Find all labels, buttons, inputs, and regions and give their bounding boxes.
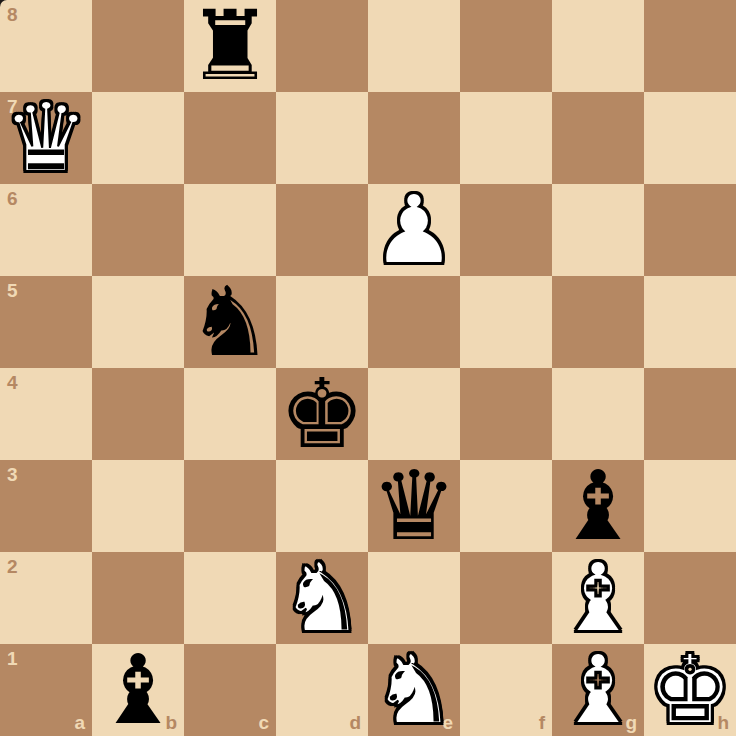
rank-label-8: 8 (7, 5, 18, 24)
file-label-a: a (74, 713, 85, 732)
piece-white-king-h1[interactable]: ♚ (644, 644, 736, 736)
square-h3[interactable] (644, 460, 736, 552)
square-d7[interactable] (276, 92, 368, 184)
square-f7[interactable] (460, 92, 552, 184)
square-d4[interactable]: ♚ (276, 368, 368, 460)
square-b8[interactable] (92, 0, 184, 92)
square-c5[interactable]: ♞ (184, 276, 276, 368)
square-f2[interactable] (460, 552, 552, 644)
square-f3[interactable] (460, 460, 552, 552)
square-e5[interactable] (368, 276, 460, 368)
piece-white-pawn-e6[interactable]: ♟ (368, 184, 460, 276)
piece-black-bishop-b1[interactable]: ♝ (92, 644, 184, 736)
file-label-d: d (349, 713, 361, 732)
square-h6[interactable] (644, 184, 736, 276)
square-c2[interactable] (184, 552, 276, 644)
square-e7[interactable] (368, 92, 460, 184)
square-a6[interactable]: 6 (0, 184, 92, 276)
file-label-f: f (539, 713, 545, 732)
square-h4[interactable] (644, 368, 736, 460)
square-h5[interactable] (644, 276, 736, 368)
square-c8[interactable]: ♜ (184, 0, 276, 92)
rank-label-4: 4 (7, 373, 18, 392)
square-e2[interactable] (368, 552, 460, 644)
piece-white-queen-a7[interactable]: ♛ (0, 92, 92, 184)
square-h8[interactable] (644, 0, 736, 92)
square-h2[interactable] (644, 552, 736, 644)
square-c7[interactable] (184, 92, 276, 184)
square-a7[interactable]: 7♛ (0, 92, 92, 184)
piece-black-rook-c8[interactable]: ♜ (184, 0, 276, 92)
square-e6[interactable]: ♟ (368, 184, 460, 276)
square-g4[interactable] (552, 368, 644, 460)
chess-board: 8♜7♛6♟5♞4♚3♛♝2♞♝1ab♝cde♞fg♝h♚ (0, 0, 736, 736)
square-d5[interactable] (276, 276, 368, 368)
square-b2[interactable] (92, 552, 184, 644)
piece-black-queen-e3[interactable]: ♛ (368, 460, 460, 552)
square-g1[interactable]: g♝ (552, 644, 644, 736)
square-f1[interactable]: f (460, 644, 552, 736)
piece-white-bishop-g2[interactable]: ♝ (552, 552, 644, 644)
piece-black-king-d4[interactable]: ♚ (276, 368, 368, 460)
square-a3[interactable]: 3 (0, 460, 92, 552)
piece-black-knight-c5[interactable]: ♞ (184, 276, 276, 368)
square-e3[interactable]: ♛ (368, 460, 460, 552)
square-c4[interactable] (184, 368, 276, 460)
square-g6[interactable] (552, 184, 644, 276)
square-f8[interactable] (460, 0, 552, 92)
square-c1[interactable]: c (184, 644, 276, 736)
square-a2[interactable]: 2 (0, 552, 92, 644)
square-g7[interactable] (552, 92, 644, 184)
square-f4[interactable] (460, 368, 552, 460)
square-f6[interactable] (460, 184, 552, 276)
piece-black-bishop-g3[interactable]: ♝ (552, 460, 644, 552)
piece-white-bishop-g1[interactable]: ♝ (552, 644, 644, 736)
square-f5[interactable] (460, 276, 552, 368)
square-d2[interactable]: ♞ (276, 552, 368, 644)
square-b1[interactable]: b♝ (92, 644, 184, 736)
piece-white-knight-d2[interactable]: ♞ (276, 552, 368, 644)
square-h1[interactable]: h♚ (644, 644, 736, 736)
square-b3[interactable] (92, 460, 184, 552)
square-g2[interactable]: ♝ (552, 552, 644, 644)
square-h7[interactable] (644, 92, 736, 184)
rank-label-3: 3 (7, 465, 18, 484)
square-d8[interactable] (276, 0, 368, 92)
rank-label-2: 2 (7, 557, 18, 576)
square-e8[interactable] (368, 0, 460, 92)
square-g8[interactable] (552, 0, 644, 92)
square-a8[interactable]: 8 (0, 0, 92, 92)
square-b6[interactable] (92, 184, 184, 276)
square-c3[interactable] (184, 460, 276, 552)
square-a1[interactable]: 1a (0, 644, 92, 736)
rank-label-5: 5 (7, 281, 18, 300)
square-a4[interactable]: 4 (0, 368, 92, 460)
square-c6[interactable] (184, 184, 276, 276)
square-e4[interactable] (368, 368, 460, 460)
square-d3[interactable] (276, 460, 368, 552)
square-e1[interactable]: e♞ (368, 644, 460, 736)
rank-label-1: 1 (7, 649, 18, 668)
square-g5[interactable] (552, 276, 644, 368)
square-d1[interactable]: d (276, 644, 368, 736)
square-d6[interactable] (276, 184, 368, 276)
file-label-c: c (258, 713, 269, 732)
square-g3[interactable]: ♝ (552, 460, 644, 552)
square-b7[interactable] (92, 92, 184, 184)
square-b5[interactable] (92, 276, 184, 368)
square-a5[interactable]: 5 (0, 276, 92, 368)
square-b4[interactable] (92, 368, 184, 460)
piece-white-knight-e1[interactable]: ♞ (368, 644, 460, 736)
